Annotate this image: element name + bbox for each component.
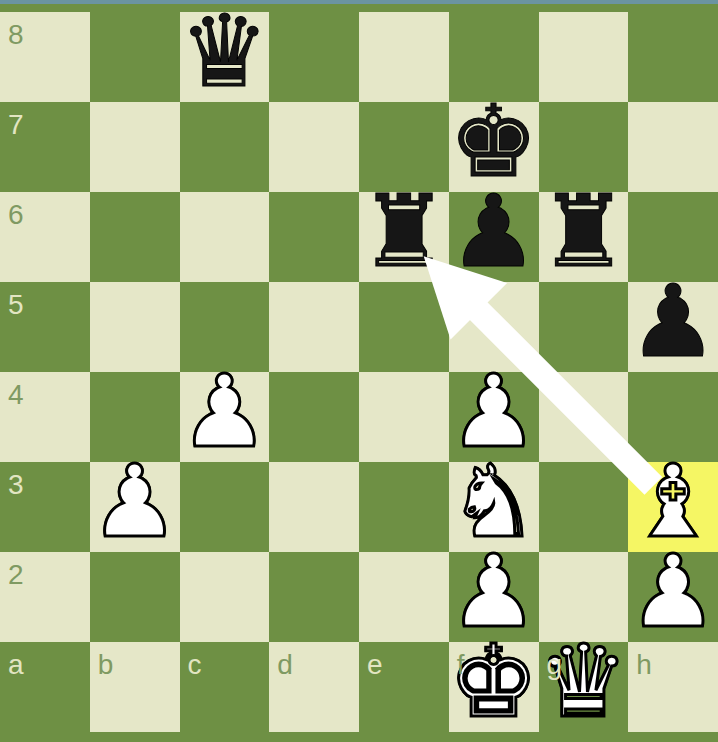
square-a5[interactable]: 5 (0, 282, 90, 372)
square-d2[interactable] (269, 552, 359, 642)
white-pawn-f4: ♟ (449, 362, 539, 462)
square-h3[interactable]: ♝ (628, 462, 718, 552)
square-e5[interactable] (359, 282, 449, 372)
file-label-a: a (8, 651, 24, 679)
square-b7[interactable] (90, 102, 180, 192)
square-a2[interactable]: 2 (0, 552, 90, 642)
square-d5[interactable] (269, 282, 359, 372)
rank-label-2: 2 (8, 561, 24, 589)
black-rook-e6: ♜ (359, 182, 449, 282)
rank-label-4: 4 (8, 381, 24, 409)
square-f1[interactable]: f♚ (449, 642, 539, 732)
square-g2[interactable] (539, 552, 629, 642)
square-d7[interactable] (269, 102, 359, 192)
square-a1[interactable]: a (0, 642, 90, 732)
square-c8[interactable]: ♛ (180, 12, 270, 102)
status-bar (0, 0, 718, 4)
square-c7[interactable] (180, 102, 270, 192)
white-pawn-h2: ♟ (628, 542, 718, 642)
white-pawn-c4: ♟ (180, 362, 270, 462)
square-b6[interactable] (90, 192, 180, 282)
white-pawn-f2: ♟ (449, 542, 539, 642)
square-a4[interactable]: 4 (0, 372, 90, 462)
white-knight-f3: ♞ (449, 452, 539, 552)
square-f7[interactable]: ♚ (449, 102, 539, 192)
file-label-h: h (636, 651, 652, 679)
square-d4[interactable] (269, 372, 359, 462)
file-label-d: d (277, 651, 293, 679)
white-queen-g1: ♛ (539, 632, 629, 732)
square-f6[interactable]: ♟ (449, 192, 539, 282)
square-f2[interactable]: ♟ (449, 552, 539, 642)
white-king-f1: ♚ (449, 632, 539, 732)
square-g6[interactable]: ♜ (539, 192, 629, 282)
square-c5[interactable] (180, 282, 270, 372)
rank-label-7: 7 (8, 111, 24, 139)
square-c2[interactable] (180, 552, 270, 642)
square-c3[interactable] (180, 462, 270, 552)
square-a6[interactable]: 6 (0, 192, 90, 282)
black-rook-g6: ♜ (539, 182, 629, 282)
square-h5[interactable]: ♟ (628, 282, 718, 372)
square-h4[interactable] (628, 372, 718, 462)
square-c1[interactable]: c (180, 642, 270, 732)
square-h2[interactable]: ♟ (628, 552, 718, 642)
rank-label-8: 8 (8, 21, 24, 49)
square-c4[interactable]: ♟ (180, 372, 270, 462)
chess-board: 8♛7♚6♜♟♜5♟4♟♟3♟♞♝2♟♟abcdef♚g♛h (0, 12, 718, 730)
black-pawn-h5: ♟ (628, 272, 718, 372)
square-e7[interactable] (359, 102, 449, 192)
app-screen: 8♛7♚6♜♟♜5♟4♟♟3♟♞♝2♟♟abcdef♚g♛h (0, 0, 718, 742)
square-b8[interactable] (90, 12, 180, 102)
square-g7[interactable] (539, 102, 629, 192)
square-h8[interactable] (628, 12, 718, 102)
square-g3[interactable] (539, 462, 629, 552)
file-label-g: g (547, 651, 563, 679)
square-b1[interactable]: b (90, 642, 180, 732)
black-king-f7: ♚ (449, 92, 539, 192)
square-d8[interactable] (269, 12, 359, 102)
square-h1[interactable]: h (628, 642, 718, 732)
square-b5[interactable] (90, 282, 180, 372)
white-bishop-h3: ♝ (628, 452, 718, 552)
square-g4[interactable] (539, 372, 629, 462)
square-a8[interactable]: 8 (0, 12, 90, 102)
file-label-f: f (457, 651, 465, 679)
square-b4[interactable] (90, 372, 180, 462)
square-g1[interactable]: g♛ (539, 642, 629, 732)
square-e2[interactable] (359, 552, 449, 642)
square-e4[interactable] (359, 372, 449, 462)
square-h6[interactable] (628, 192, 718, 282)
square-f3[interactable]: ♞ (449, 462, 539, 552)
white-pawn-b3: ♟ (90, 452, 180, 552)
square-e8[interactable] (359, 12, 449, 102)
square-c6[interactable] (180, 192, 270, 282)
black-queen-c8: ♛ (180, 2, 270, 102)
square-f5[interactable] (449, 282, 539, 372)
square-b2[interactable] (90, 552, 180, 642)
square-d6[interactable] (269, 192, 359, 282)
board-grid: 8♛7♚6♜♟♜5♟4♟♟3♟♞♝2♟♟abcdef♚g♛h (0, 12, 718, 730)
file-label-b: b (98, 651, 114, 679)
square-a7[interactable]: 7 (0, 102, 90, 192)
square-e3[interactable] (359, 462, 449, 552)
square-a3[interactable]: 3 (0, 462, 90, 552)
square-d1[interactable]: d (269, 642, 359, 732)
rank-label-5: 5 (8, 291, 24, 319)
square-d3[interactable] (269, 462, 359, 552)
square-g5[interactable] (539, 282, 629, 372)
square-b3[interactable]: ♟ (90, 462, 180, 552)
file-label-e: e (367, 651, 383, 679)
square-e6[interactable]: ♜ (359, 192, 449, 282)
file-label-c: c (188, 651, 202, 679)
black-pawn-f6: ♟ (449, 182, 539, 282)
square-f8[interactable] (449, 12, 539, 102)
square-h7[interactable] (628, 102, 718, 192)
square-g8[interactable] (539, 12, 629, 102)
rank-label-6: 6 (8, 201, 24, 229)
square-e1[interactable]: e (359, 642, 449, 732)
rank-label-3: 3 (8, 471, 24, 499)
square-f4[interactable]: ♟ (449, 372, 539, 462)
